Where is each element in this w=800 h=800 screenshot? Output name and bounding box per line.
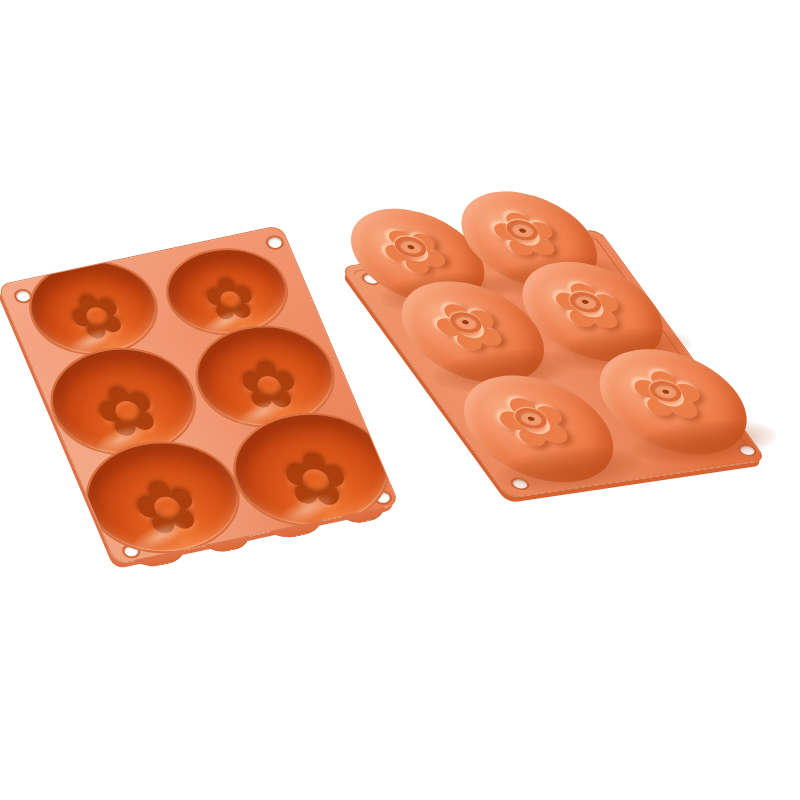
flower-relief-icon: ✿: [83, 372, 171, 451]
corner-hole: [263, 234, 286, 252]
flower-relief-icon: ✿: [198, 271, 262, 329]
flower-cavity: ✿: [13, 249, 174, 366]
photo-canvas: ✿ ✿ ✿ ✿ ✿ ✿ ✿ ✿ ✿: [0, 0, 800, 800]
flower-relief-icon: ✿: [279, 444, 352, 516]
mold-flipped: ✿ ✿ ✿ ✿ ✿ ✿: [340, 229, 767, 499]
flower-relief-icon: ✿: [234, 355, 303, 418]
mold-faceup: ✿ ✿ ✿ ✿ ✿ ✿: [0, 225, 400, 565]
flower-relief-icon: ✿: [122, 467, 213, 548]
flower-relief-icon: ✿: [57, 281, 137, 352]
